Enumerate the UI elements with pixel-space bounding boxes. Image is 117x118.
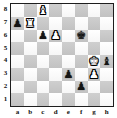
black-pawn: ♟ — [76, 81, 86, 92]
square-f4[interactable] — [75, 55, 88, 68]
rank-label-4: 4 — [1, 54, 10, 67]
square-g2[interactable] — [88, 81, 101, 94]
square-d3[interactable] — [49, 68, 62, 81]
square-e4[interactable] — [62, 55, 75, 68]
file-label-f: f — [75, 107, 88, 118]
square-b8[interactable] — [24, 4, 37, 17]
square-b3[interactable] — [24, 68, 37, 81]
white-pawn: ♟ — [51, 30, 61, 41]
file-label-c: c — [37, 107, 50, 118]
square-b1[interactable] — [24, 93, 37, 106]
square-f1[interactable] — [75, 93, 88, 106]
file-label-a: a — [11, 107, 24, 118]
rank-label-6: 6 — [1, 29, 10, 42]
square-f6[interactable]: ♚ — [75, 30, 88, 43]
rank-label-5: 5 — [1, 41, 10, 54]
white-rook: ♜ — [25, 17, 35, 28]
square-g7[interactable] — [88, 17, 101, 30]
square-h3[interactable] — [100, 68, 113, 81]
square-b2[interactable] — [24, 81, 37, 94]
square-e7[interactable] — [62, 17, 75, 30]
black-pawn: ♟ — [12, 17, 22, 28]
square-a7[interactable]: ♟ — [11, 17, 24, 30]
square-d1[interactable] — [49, 93, 62, 106]
square-e2[interactable] — [62, 81, 75, 94]
square-g5[interactable] — [88, 42, 101, 55]
square-g1[interactable] — [88, 93, 101, 106]
square-a3[interactable] — [11, 68, 24, 81]
square-h4[interactable]: ♝ — [100, 55, 113, 68]
white-king: ♚ — [89, 55, 99, 66]
file-label-b: b — [24, 107, 37, 118]
square-g4[interactable]: ♚ — [88, 55, 101, 68]
white-pawn: ♟ — [89, 68, 99, 79]
file-labels: abcdefgh — [11, 107, 113, 118]
square-a8[interactable] — [11, 4, 24, 17]
square-b6[interactable] — [24, 30, 37, 43]
file-label-d: d — [49, 107, 62, 118]
rank-labels: 87654321 — [1, 3, 10, 105]
square-b7[interactable]: ♜ — [24, 17, 37, 30]
rank-label-3: 3 — [1, 67, 10, 80]
square-e6[interactable] — [62, 30, 75, 43]
square-g3[interactable]: ♟ — [88, 68, 101, 81]
square-d8[interactable] — [49, 4, 62, 17]
square-c7[interactable] — [37, 17, 50, 30]
square-d6[interactable]: ♟ — [49, 30, 62, 43]
black-pawn: ♟ — [63, 68, 73, 79]
square-e5[interactable] — [62, 42, 75, 55]
square-c3[interactable] — [37, 68, 50, 81]
chess-diagram: 87654321 ♝♟♜♟♟♚♚♝♟♟♟ abcdefgh — [0, 0, 117, 118]
white-bishop: ♝ — [38, 4, 48, 15]
square-b4[interactable] — [24, 55, 37, 68]
square-d5[interactable] — [49, 42, 62, 55]
square-h1[interactable] — [100, 93, 113, 106]
file-label-g: g — [88, 107, 101, 118]
rank-label-2: 2 — [1, 80, 10, 93]
square-h5[interactable] — [100, 42, 113, 55]
square-g8[interactable] — [88, 4, 101, 17]
chess-board: ♝♟♜♟♟♚♚♝♟♟♟ — [10, 3, 114, 107]
black-bishop: ♝ — [102, 55, 112, 66]
square-c1[interactable] — [37, 93, 50, 106]
square-h7[interactable] — [100, 17, 113, 30]
rank-label-1: 1 — [1, 92, 10, 105]
square-d2[interactable] — [49, 81, 62, 94]
square-f3[interactable] — [75, 68, 88, 81]
black-king: ♚ — [76, 30, 86, 41]
square-c6[interactable]: ♟ — [37, 30, 50, 43]
black-pawn: ♟ — [38, 30, 48, 41]
square-d4[interactable] — [49, 55, 62, 68]
file-label-h: h — [100, 107, 113, 118]
square-e1[interactable] — [62, 93, 75, 106]
square-a1[interactable] — [11, 93, 24, 106]
square-f5[interactable] — [75, 42, 88, 55]
rank-label-8: 8 — [1, 3, 10, 16]
square-c8[interactable]: ♝ — [37, 4, 50, 17]
square-b5[interactable] — [24, 42, 37, 55]
square-f8[interactable] — [75, 4, 88, 17]
square-h6[interactable] — [100, 30, 113, 43]
square-c5[interactable] — [37, 42, 50, 55]
square-d7[interactable] — [49, 17, 62, 30]
square-a4[interactable] — [11, 55, 24, 68]
file-label-e: e — [62, 107, 75, 118]
square-g6[interactable] — [88, 30, 101, 43]
square-e3[interactable]: ♟ — [62, 68, 75, 81]
square-f2[interactable]: ♟ — [75, 81, 88, 94]
square-e8[interactable] — [62, 4, 75, 17]
rank-label-7: 7 — [1, 16, 10, 29]
square-h2[interactable] — [100, 81, 113, 94]
square-c4[interactable] — [37, 55, 50, 68]
square-a2[interactable] — [11, 81, 24, 94]
square-a6[interactable] — [11, 30, 24, 43]
square-f7[interactable] — [75, 17, 88, 30]
square-h8[interactable] — [100, 4, 113, 17]
square-a5[interactable] — [11, 42, 24, 55]
square-c2[interactable] — [37, 81, 50, 94]
